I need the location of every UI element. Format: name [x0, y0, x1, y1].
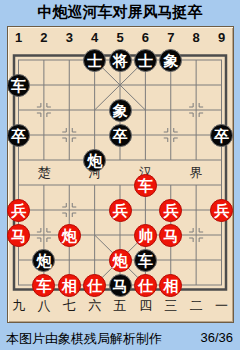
- piece-red-相: 相: [58, 274, 81, 297]
- top-file-label: 1: [10, 30, 28, 45]
- bottom-file-label: 八: [35, 297, 53, 315]
- piece-black-炮: 炮: [32, 249, 55, 272]
- piece-red-炮: 炮: [58, 224, 81, 247]
- top-file-label: 3: [60, 30, 78, 45]
- piece-black-象: 象: [159, 49, 182, 72]
- frame-counter: 36/36: [200, 330, 233, 345]
- river-text: 楚: [35, 164, 53, 182]
- piece-red-车: 车: [32, 274, 55, 297]
- diagram-title: 中炮巡河车对屏风马挺卒: [0, 3, 240, 22]
- bottom-file-label: 六: [86, 297, 104, 315]
- piece-red-兵: 兵: [159, 199, 182, 222]
- piece-black-卒: 卒: [109, 124, 132, 147]
- top-file-label: 5: [111, 30, 129, 45]
- piece-black-马: 马: [109, 274, 132, 297]
- piece-red-兵: 兵: [7, 199, 30, 222]
- bottom-file-label: 九: [10, 297, 28, 315]
- bottom-file-label: 三: [162, 297, 180, 315]
- piece-red-相: 相: [159, 274, 182, 297]
- river-text: 界: [187, 164, 205, 182]
- top-file-label: 7: [162, 30, 180, 45]
- piece-red-兵: 兵: [109, 199, 132, 222]
- top-file-label: 9: [213, 30, 231, 45]
- credit-text: 本图片由象棋残局解析制作: [6, 330, 162, 348]
- bottom-file-label: 二: [187, 297, 205, 315]
- board-panel: 123456789九八七六五四三二一楚河汉界士将士象车象卒卒卒炮车兵兵兵兵马炮帅…: [8, 27, 233, 322]
- piece-black-卒: 卒: [210, 124, 233, 147]
- piece-black-炮: 炮: [83, 149, 106, 172]
- top-file-label: 2: [35, 30, 53, 45]
- piece-red-车: 车: [134, 174, 157, 197]
- piece-red-炮: 炮: [109, 249, 132, 272]
- piece-red-马: 马: [7, 224, 30, 247]
- piece-red-仕: 仕: [83, 274, 106, 297]
- top-file-label: 6: [136, 30, 154, 45]
- piece-red-帅: 帅: [134, 224, 157, 247]
- bottom-file-label: 四: [136, 297, 154, 315]
- top-file-label: 8: [187, 30, 205, 45]
- piece-red-兵: 兵: [210, 199, 233, 222]
- piece-black-车: 车: [134, 249, 157, 272]
- piece-black-卒: 卒: [7, 124, 30, 147]
- piece-red-马: 马: [159, 224, 182, 247]
- top-file-label: 4: [86, 30, 104, 45]
- piece-black-车: 车: [7, 74, 30, 97]
- piece-black-士: 士: [83, 49, 106, 72]
- bottom-file-label: 一: [213, 297, 231, 315]
- bottom-file-label: 七: [60, 297, 78, 315]
- piece-black-将: 将: [109, 49, 132, 72]
- bottom-file-label: 五: [111, 297, 129, 315]
- piece-black-士: 士: [134, 49, 157, 72]
- piece-red-仕: 仕: [134, 274, 157, 297]
- xiangqi-board: 123456789九八七六五四三二一楚河汉界士将士象车象卒卒卒炮车兵兵兵兵马炮帅…: [8, 27, 233, 322]
- piece-black-象: 象: [109, 99, 132, 122]
